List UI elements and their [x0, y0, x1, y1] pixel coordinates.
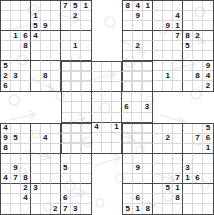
- empty-cell[interactable]: [183, 61, 193, 71]
- empty-cell[interactable]: [203, 1, 213, 11]
- empty-cell[interactable]: [51, 21, 61, 31]
- empty-cell[interactable]: [61, 11, 71, 21]
- empty-cell[interactable]: [81, 164, 91, 174]
- empty-cell[interactable]: [92, 102, 102, 112]
- empty-cell[interactable]: [41, 1, 51, 11]
- empty-cell[interactable]: [31, 41, 41, 51]
- empty-cell[interactable]: [11, 184, 21, 194]
- empty-cell[interactable]: [163, 51, 173, 61]
- empty-cell[interactable]: [31, 71, 41, 81]
- empty-cell[interactable]: [31, 81, 41, 91]
- empty-cell[interactable]: [51, 71, 61, 81]
- empty-cell[interactable]: [82, 113, 92, 123]
- empty-cell[interactable]: [61, 134, 71, 144]
- empty-cell[interactable]: [51, 174, 61, 184]
- empty-cell[interactable]: [61, 124, 71, 134]
- empty-cell[interactable]: [153, 124, 163, 134]
- empty-cell[interactable]: [21, 164, 31, 174]
- empty-cell[interactable]: [153, 154, 163, 164]
- empty-cell[interactable]: [112, 72, 122, 82]
- empty-cell[interactable]: [173, 81, 183, 91]
- empty-cell[interactable]: [71, 31, 81, 41]
- empty-cell[interactable]: [92, 143, 102, 153]
- empty-cell[interactable]: [81, 194, 91, 204]
- empty-cell[interactable]: [153, 204, 163, 214]
- empty-cell[interactable]: [81, 174, 91, 184]
- empty-cell[interactable]: [173, 61, 183, 71]
- empty-cell[interactable]: [153, 21, 163, 31]
- empty-cell[interactable]: [193, 11, 203, 21]
- empty-cell[interactable]: [122, 82, 132, 92]
- empty-cell[interactable]: [51, 154, 61, 164]
- empty-cell[interactable]: [203, 184, 213, 194]
- given-cell: 3: [183, 164, 193, 174]
- empty-cell[interactable]: [1, 184, 11, 194]
- empty-cell[interactable]: [153, 1, 163, 11]
- empty-cell[interactable]: [133, 134, 143, 144]
- empty-cell[interactable]: [51, 194, 61, 204]
- empty-cell[interactable]: [81, 184, 91, 194]
- empty-cell[interactable]: [143, 41, 153, 51]
- empty-cell[interactable]: [123, 11, 133, 21]
- empty-cell[interactable]: [31, 144, 41, 154]
- empty-cell[interactable]: [51, 11, 61, 21]
- empty-cell[interactable]: [92, 133, 102, 143]
- empty-cell[interactable]: [173, 124, 183, 134]
- empty-cell[interactable]: [21, 51, 31, 61]
- empty-cell[interactable]: [62, 102, 72, 112]
- empty-cell[interactable]: [11, 194, 21, 204]
- empty-cell[interactable]: [31, 51, 41, 61]
- empty-cell[interactable]: [102, 113, 112, 123]
- empty-cell[interactable]: [21, 154, 31, 164]
- empty-cell[interactable]: [41, 61, 51, 71]
- empty-cell[interactable]: [82, 82, 92, 92]
- empty-cell[interactable]: [112, 62, 122, 72]
- empty-cell[interactable]: [21, 21, 31, 31]
- empty-cell[interactable]: [62, 92, 72, 102]
- empty-cell[interactable]: [102, 143, 112, 153]
- empty-cell[interactable]: [193, 194, 203, 204]
- empty-cell[interactable]: [183, 154, 193, 164]
- empty-cell[interactable]: [112, 102, 122, 112]
- empty-cell[interactable]: [153, 11, 163, 21]
- empty-cell[interactable]: [61, 41, 71, 51]
- empty-cell[interactable]: [143, 21, 153, 31]
- empty-cell[interactable]: [163, 194, 173, 204]
- empty-cell[interactable]: [81, 51, 91, 61]
- empty-cell[interactable]: [71, 21, 81, 31]
- empty-cell[interactable]: [203, 31, 213, 41]
- empty-cell[interactable]: [1, 21, 11, 31]
- empty-cell[interactable]: [11, 41, 21, 51]
- empty-cell[interactable]: [11, 11, 21, 21]
- empty-cell[interactable]: [203, 204, 213, 214]
- empty-cell[interactable]: [153, 81, 163, 91]
- empty-cell[interactable]: [51, 81, 61, 91]
- empty-cell[interactable]: [193, 41, 203, 51]
- empty-cell[interactable]: [62, 62, 72, 72]
- empty-cell[interactable]: [143, 194, 153, 204]
- empty-cell[interactable]: [173, 204, 183, 214]
- empty-cell[interactable]: [123, 184, 133, 194]
- empty-cell[interactable]: [143, 134, 153, 144]
- given-cell: 9: [203, 61, 213, 71]
- empty-cell[interactable]: [173, 164, 183, 174]
- empty-cell[interactable]: [132, 113, 142, 123]
- empty-cell[interactable]: [51, 41, 61, 51]
- empty-cell[interactable]: [41, 81, 51, 91]
- empty-cell[interactable]: [143, 144, 153, 154]
- empty-cell[interactable]: [72, 92, 82, 102]
- empty-cell[interactable]: [183, 134, 193, 144]
- empty-cell[interactable]: [163, 174, 173, 184]
- empty-cell[interactable]: [143, 124, 153, 134]
- empty-cell[interactable]: [122, 62, 132, 72]
- empty-cell[interactable]: [183, 11, 193, 21]
- empty-cell[interactable]: [203, 41, 213, 51]
- empty-cell[interactable]: [173, 144, 183, 154]
- empty-cell[interactable]: [11, 154, 21, 164]
- empty-cell[interactable]: [163, 31, 173, 41]
- empty-cell[interactable]: [61, 174, 71, 184]
- empty-cell[interactable]: [123, 194, 133, 204]
- empty-cell[interactable]: [71, 134, 81, 144]
- empty-cell[interactable]: [81, 154, 91, 164]
- empty-cell[interactable]: [81, 11, 91, 21]
- empty-cell[interactable]: [92, 62, 102, 72]
- empty-cell[interactable]: [153, 194, 163, 204]
- empty-cell[interactable]: [123, 164, 133, 174]
- empty-cell[interactable]: [82, 92, 92, 102]
- empty-cell[interactable]: [112, 82, 122, 92]
- empty-cell[interactable]: [203, 154, 213, 164]
- empty-cell[interactable]: [11, 21, 21, 31]
- empty-cell[interactable]: [203, 194, 213, 204]
- empty-cell[interactable]: [41, 31, 51, 41]
- empty-cell[interactable]: [61, 51, 71, 61]
- empty-cell[interactable]: [81, 144, 91, 154]
- empty-cell[interactable]: [123, 124, 133, 134]
- empty-cell[interactable]: [41, 184, 51, 194]
- empty-cell[interactable]: [51, 164, 61, 174]
- empty-cell[interactable]: [183, 1, 193, 11]
- empty-cell[interactable]: [123, 51, 133, 61]
- empty-cell[interactable]: [81, 31, 91, 41]
- empty-cell[interactable]: [71, 144, 81, 154]
- empty-cell[interactable]: [193, 164, 203, 174]
- empty-cell[interactable]: [163, 81, 173, 91]
- empty-cell[interactable]: [21, 144, 31, 154]
- empty-cell[interactable]: [1, 1, 11, 11]
- empty-cell[interactable]: [61, 31, 71, 41]
- empty-cell[interactable]: [92, 113, 102, 123]
- empty-cell[interactable]: [122, 72, 132, 82]
- empty-cell[interactable]: [31, 134, 41, 144]
- empty-cell[interactable]: [71, 124, 81, 134]
- empty-cell[interactable]: [1, 11, 11, 21]
- empty-cell[interactable]: [163, 144, 173, 154]
- empty-cell[interactable]: [21, 1, 31, 11]
- empty-cell[interactable]: [41, 51, 51, 61]
- empty-cell[interactable]: [81, 134, 91, 144]
- empty-cell[interactable]: [133, 154, 143, 164]
- empty-cell[interactable]: [51, 144, 61, 154]
- empty-cell[interactable]: [11, 61, 21, 71]
- empty-cell[interactable]: [11, 1, 21, 11]
- empty-cell[interactable]: [183, 81, 193, 91]
- empty-cell[interactable]: [1, 194, 11, 204]
- empty-cell[interactable]: [183, 184, 193, 194]
- empty-cell[interactable]: [21, 134, 31, 144]
- empty-cell[interactable]: [62, 72, 72, 82]
- empty-cell[interactable]: [153, 144, 163, 154]
- empty-cell[interactable]: [51, 1, 61, 11]
- empty-cell[interactable]: [112, 133, 122, 143]
- empty-cell[interactable]: [71, 51, 81, 61]
- empty-cell[interactable]: [193, 204, 203, 214]
- empty-cell[interactable]: [1, 41, 11, 51]
- empty-cell[interactable]: [193, 21, 203, 31]
- empty-cell[interactable]: [183, 194, 193, 204]
- empty-cell[interactable]: [31, 124, 41, 134]
- empty-cell[interactable]: [1, 31, 11, 41]
- empty-cell[interactable]: [41, 204, 51, 214]
- empty-cell[interactable]: [71, 184, 81, 194]
- empty-cell[interactable]: [173, 71, 183, 81]
- empty-cell[interactable]: [51, 61, 61, 71]
- empty-cell[interactable]: [123, 31, 133, 41]
- empty-cell[interactable]: [72, 62, 82, 72]
- empty-cell[interactable]: [21, 204, 31, 214]
- empty-cell[interactable]: [133, 184, 143, 194]
- empty-cell[interactable]: [61, 184, 71, 194]
- empty-cell[interactable]: [153, 134, 163, 144]
- empty-cell[interactable]: [62, 82, 72, 92]
- empty-cell[interactable]: [123, 134, 133, 144]
- empty-cell[interactable]: [153, 71, 163, 81]
- empty-cell[interactable]: [163, 204, 173, 214]
- empty-cell[interactable]: [92, 72, 102, 82]
- empty-cell[interactable]: [173, 154, 183, 164]
- empty-cell[interactable]: [81, 21, 91, 31]
- empty-cell[interactable]: [153, 51, 163, 61]
- empty-cell[interactable]: [31, 164, 41, 174]
- empty-cell[interactable]: [102, 123, 112, 133]
- empty-cell[interactable]: [163, 154, 173, 164]
- empty-cell[interactable]: [143, 31, 153, 41]
- empty-cell[interactable]: [11, 124, 21, 134]
- empty-cell[interactable]: [193, 81, 203, 91]
- empty-cell[interactable]: [41, 174, 51, 184]
- empty-cell[interactable]: [153, 174, 163, 184]
- empty-cell[interactable]: [21, 71, 31, 81]
- empty-cell[interactable]: [102, 92, 112, 102]
- empty-cell[interactable]: [61, 21, 71, 31]
- empty-cell[interactable]: [41, 144, 51, 154]
- empty-cell[interactable]: [142, 113, 152, 123]
- empty-cell[interactable]: [123, 174, 133, 184]
- empty-cell[interactable]: [11, 51, 21, 61]
- empty-cell[interactable]: [123, 144, 133, 154]
- empty-cell[interactable]: [183, 144, 193, 154]
- empty-cell[interactable]: [142, 82, 152, 92]
- empty-cell[interactable]: [193, 154, 203, 164]
- empty-cell[interactable]: [133, 51, 143, 61]
- empty-cell[interactable]: [21, 61, 31, 71]
- empty-cell[interactable]: [132, 92, 142, 102]
- empty-cell[interactable]: [132, 62, 142, 72]
- empty-cell[interactable]: [133, 31, 143, 41]
- empty-cell[interactable]: [122, 113, 132, 123]
- empty-cell[interactable]: [31, 61, 41, 71]
- empty-cell[interactable]: [193, 184, 203, 194]
- empty-cell[interactable]: [163, 41, 173, 51]
- empty-cell[interactable]: [163, 1, 173, 11]
- empty-cell[interactable]: [123, 41, 133, 51]
- empty-cell[interactable]: [133, 124, 143, 134]
- empty-cell[interactable]: [72, 113, 82, 123]
- empty-cell[interactable]: [193, 61, 203, 71]
- empty-cell[interactable]: [143, 51, 153, 61]
- empty-cell[interactable]: [31, 154, 41, 164]
- empty-cell[interactable]: [112, 113, 122, 123]
- empty-cell[interactable]: [143, 174, 153, 184]
- empty-cell[interactable]: [11, 144, 21, 154]
- empty-cell[interactable]: [203, 164, 213, 174]
- empty-cell[interactable]: [41, 194, 51, 204]
- empty-cell[interactable]: [102, 102, 112, 112]
- empty-cell[interactable]: [1, 204, 11, 214]
- empty-cell[interactable]: [41, 164, 51, 174]
- empty-cell[interactable]: [153, 61, 163, 71]
- empty-cell[interactable]: [102, 72, 112, 82]
- empty-cell[interactable]: [203, 51, 213, 61]
- empty-cell[interactable]: [41, 154, 51, 164]
- empty-cell[interactable]: [31, 204, 41, 214]
- empty-cell[interactable]: [21, 124, 31, 134]
- empty-cell[interactable]: [11, 204, 21, 214]
- empty-cell[interactable]: [173, 41, 183, 51]
- empty-cell[interactable]: [81, 204, 91, 214]
- empty-cell[interactable]: [143, 11, 153, 21]
- empty-cell[interactable]: [122, 92, 132, 102]
- empty-cell[interactable]: [143, 164, 153, 174]
- empty-cell[interactable]: [183, 124, 193, 134]
- empty-cell[interactable]: [31, 194, 41, 204]
- empty-cell[interactable]: [153, 31, 163, 41]
- empty-cell[interactable]: [153, 184, 163, 194]
- empty-cell[interactable]: [72, 102, 82, 112]
- empty-cell[interactable]: [132, 72, 142, 82]
- empty-cell[interactable]: [81, 41, 91, 51]
- empty-cell[interactable]: [31, 1, 41, 11]
- empty-cell[interactable]: [51, 134, 61, 144]
- empty-cell[interactable]: [61, 144, 71, 154]
- empty-cell[interactable]: [112, 92, 122, 102]
- empty-cell[interactable]: [41, 11, 51, 21]
- empty-cell[interactable]: [143, 154, 153, 164]
- empty-cell[interactable]: [71, 164, 81, 174]
- empty-cell[interactable]: [82, 72, 92, 82]
- empty-cell[interactable]: [51, 124, 61, 134]
- empty-cell[interactable]: [1, 164, 11, 174]
- empty-cell[interactable]: [123, 154, 133, 164]
- empty-cell[interactable]: [173, 134, 183, 144]
- empty-cell[interactable]: [193, 124, 203, 134]
- empty-cell[interactable]: [92, 92, 102, 102]
- empty-cell[interactable]: [133, 144, 143, 154]
- empty-cell[interactable]: [82, 102, 92, 112]
- empty-cell[interactable]: [132, 82, 142, 92]
- empty-cell[interactable]: [123, 21, 133, 31]
- empty-cell[interactable]: [193, 1, 203, 11]
- empty-cell[interactable]: [92, 82, 102, 92]
- empty-cell[interactable]: [51, 31, 61, 41]
- given-cell: 9: [133, 164, 143, 174]
- empty-cell[interactable]: [21, 81, 31, 91]
- empty-cell[interactable]: [203, 174, 213, 184]
- empty-cell[interactable]: [51, 184, 61, 194]
- empty-cell[interactable]: [1, 51, 11, 61]
- empty-cell[interactable]: [133, 174, 143, 184]
- empty-cell[interactable]: [193, 51, 203, 61]
- empty-cell[interactable]: [41, 124, 51, 134]
- empty-cell[interactable]: [112, 143, 122, 153]
- empty-cell[interactable]: [193, 144, 203, 154]
- empty-cell[interactable]: [71, 154, 81, 164]
- empty-cell[interactable]: [142, 72, 152, 82]
- empty-cell[interactable]: [183, 21, 193, 31]
- empty-cell[interactable]: [163, 124, 173, 134]
- empty-cell[interactable]: [102, 133, 112, 143]
- empty-cell[interactable]: [72, 82, 82, 92]
- empty-cell[interactable]: [81, 124, 91, 134]
- empty-cell[interactable]: [71, 194, 81, 204]
- empty-cell[interactable]: [82, 62, 92, 72]
- empty-cell[interactable]: [153, 41, 163, 51]
- empty-cell[interactable]: [132, 102, 142, 112]
- empty-cell[interactable]: [163, 11, 173, 21]
- empty-cell[interactable]: [61, 154, 71, 164]
- empty-cell[interactable]: [173, 51, 183, 61]
- empty-cell[interactable]: [11, 81, 21, 91]
- empty-cell[interactable]: [153, 164, 163, 174]
- empty-cell[interactable]: [1, 154, 11, 164]
- empty-cell[interactable]: [183, 71, 193, 81]
- empty-cell[interactable]: [173, 1, 183, 11]
- empty-cell[interactable]: [72, 72, 82, 82]
- empty-cell[interactable]: [31, 174, 41, 184]
- empty-cell[interactable]: [142, 92, 152, 102]
- empty-cell[interactable]: [41, 41, 51, 51]
- empty-cell[interactable]: [51, 51, 61, 61]
- empty-cell[interactable]: [71, 174, 81, 184]
- empty-cell[interactable]: [203, 11, 213, 21]
- empty-cell[interactable]: [163, 164, 173, 174]
- empty-cell[interactable]: [163, 61, 173, 71]
- empty-cell[interactable]: [133, 21, 143, 31]
- empty-cell[interactable]: [183, 51, 193, 61]
- empty-cell[interactable]: [21, 11, 31, 21]
- empty-cell[interactable]: [142, 62, 152, 72]
- empty-cell[interactable]: [102, 62, 112, 72]
- empty-cell[interactable]: [203, 21, 213, 31]
- empty-cell[interactable]: [143, 184, 153, 194]
- empty-cell[interactable]: [183, 204, 193, 214]
- empty-cell[interactable]: [102, 82, 112, 92]
- empty-cell[interactable]: [62, 113, 72, 123]
